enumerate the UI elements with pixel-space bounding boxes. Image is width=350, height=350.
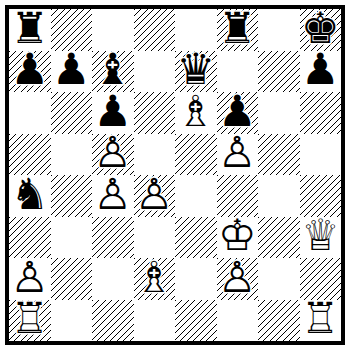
square-a8[interactable]: ♜♜	[9, 9, 51, 51]
piece-black-rook-a8: ♜♜	[9, 9, 51, 51]
square-d3[interactable]	[134, 217, 176, 259]
square-e8[interactable]	[175, 9, 217, 51]
square-d8[interactable]	[134, 9, 176, 51]
white-queen-icon: ♕	[301, 214, 340, 257]
white-pawn-halo: ♟	[93, 173, 132, 216]
square-f6[interactable]: ♟♟	[217, 92, 259, 134]
square-c8[interactable]	[92, 9, 134, 51]
white-bishop-halo: ♝	[135, 256, 174, 299]
square-d7[interactable]	[134, 51, 176, 93]
square-a4[interactable]: ♞♞	[9, 175, 51, 217]
black-pawn-icon: ♟	[52, 48, 91, 91]
black-knight-icon: ♞	[10, 173, 49, 216]
square-g5[interactable]	[258, 134, 300, 176]
white-pawn-halo: ♟	[135, 173, 174, 216]
square-e5[interactable]	[175, 134, 217, 176]
square-f8[interactable]: ♜♜	[217, 9, 259, 51]
white-pawn-halo: ♟	[218, 131, 257, 174]
square-a2[interactable]: ♟♙	[9, 258, 51, 300]
square-c4[interactable]: ♟♙	[92, 175, 134, 217]
black-pawn-icon: ♟	[10, 48, 49, 91]
white-rook-icon: ♖	[301, 297, 340, 340]
square-h6[interactable]	[300, 92, 342, 134]
square-e1[interactable]	[175, 300, 217, 342]
square-b5[interactable]	[51, 134, 93, 176]
piece-white-bishop-e6: ♝♗	[175, 92, 217, 134]
piece-white-rook-h1: ♜♖	[300, 300, 342, 342]
square-b2[interactable]	[51, 258, 93, 300]
square-h1[interactable]: ♜♖	[300, 300, 342, 342]
black-queen-icon: ♛	[176, 48, 215, 91]
piece-black-pawn-a7: ♟♟	[9, 51, 51, 93]
chess-board: ♜♜♜♜♚♚♟♟♟♟♝♝♛♛♟♟♟♟♝♗♟♟♟♙♟♙♞♞♟♙♟♙♚♔♛♕♟♙♝♗…	[9, 9, 341, 341]
square-h3[interactable]: ♛♕	[300, 217, 342, 259]
square-c5[interactable]: ♟♙	[92, 134, 134, 176]
square-f7[interactable]	[217, 51, 259, 93]
piece-white-king-f3: ♚♔	[217, 217, 259, 259]
piece-black-knight-a4: ♞♞	[9, 175, 51, 217]
piece-black-queen-e7: ♛♛	[175, 51, 217, 93]
square-h8[interactable]: ♚♚	[300, 9, 342, 51]
white-pawn-icon: ♙	[10, 256, 49, 299]
piece-black-pawn-b7: ♟♟	[51, 51, 93, 93]
piece-white-pawn-c5: ♟♙	[92, 134, 134, 176]
piece-white-pawn-c4: ♟♙	[92, 175, 134, 217]
square-g1[interactable]	[258, 300, 300, 342]
black-pawn-halo: ♟	[218, 90, 257, 133]
black-pawn-halo: ♟	[301, 48, 340, 91]
white-king-halo: ♚	[218, 214, 257, 257]
square-f1[interactable]	[217, 300, 259, 342]
square-d4[interactable]: ♟♙	[134, 175, 176, 217]
black-king-icon: ♚	[301, 7, 340, 50]
black-pawn-halo: ♟	[52, 48, 91, 91]
piece-black-pawn-h7: ♟♟	[300, 51, 342, 93]
white-bishop-icon: ♗	[176, 90, 215, 133]
square-a3[interactable]	[9, 217, 51, 259]
white-king-icon: ♔	[218, 214, 257, 257]
square-e7[interactable]: ♛♛	[175, 51, 217, 93]
black-bishop-halo: ♝	[93, 48, 132, 91]
square-h5[interactable]	[300, 134, 342, 176]
square-b6[interactable]	[51, 92, 93, 134]
white-pawn-icon: ♙	[93, 131, 132, 174]
square-e6[interactable]: ♝♗	[175, 92, 217, 134]
piece-white-pawn-d4: ♟♙	[134, 175, 176, 217]
square-d2[interactable]: ♝♗	[134, 258, 176, 300]
chess-diagram: ♜♜♜♜♚♚♟♟♟♟♝♝♛♛♟♟♟♟♝♗♟♟♟♙♟♙♞♞♟♙♟♙♚♔♛♕♟♙♝♗…	[0, 0, 350, 350]
square-g8[interactable]	[258, 9, 300, 51]
square-g3[interactable]	[258, 217, 300, 259]
square-d6[interactable]	[134, 92, 176, 134]
square-h4[interactable]	[300, 175, 342, 217]
white-pawn-halo: ♟	[10, 256, 49, 299]
square-e4[interactable]	[175, 175, 217, 217]
black-king-halo: ♚	[301, 7, 340, 50]
square-d1[interactable]	[134, 300, 176, 342]
square-c3[interactable]	[92, 217, 134, 259]
square-h7[interactable]: ♟♟	[300, 51, 342, 93]
square-f5[interactable]: ♟♙	[217, 134, 259, 176]
black-pawn-halo: ♟	[10, 48, 49, 91]
piece-white-pawn-f5: ♟♙	[217, 134, 259, 176]
piece-black-rook-f8: ♜♜	[217, 9, 259, 51]
square-b8[interactable]	[51, 9, 93, 51]
white-pawn-icon: ♙	[135, 173, 174, 216]
black-rook-halo: ♜	[10, 7, 49, 50]
white-pawn-icon: ♙	[93, 173, 132, 216]
square-b4[interactable]	[51, 175, 93, 217]
white-rook-icon: ♖	[10, 297, 49, 340]
white-bishop-icon: ♗	[135, 256, 174, 299]
board-frame: ♜♜♜♜♚♚♟♟♟♟♝♝♛♛♟♟♟♟♝♗♟♟♟♙♟♙♞♞♟♙♟♙♚♔♛♕♟♙♝♗…	[5, 5, 345, 345]
white-pawn-halo: ♟	[93, 131, 132, 174]
piece-black-bishop-c7: ♝♝	[92, 51, 134, 93]
black-rook-halo: ♜	[218, 7, 257, 50]
black-knight-halo: ♞	[10, 173, 49, 216]
piece-white-pawn-a2: ♟♙	[9, 258, 51, 300]
square-c1[interactable]	[92, 300, 134, 342]
square-f3[interactable]: ♚♔	[217, 217, 259, 259]
square-c2[interactable]	[92, 258, 134, 300]
square-g2[interactable]	[258, 258, 300, 300]
piece-white-pawn-f2: ♟♙	[217, 258, 259, 300]
piece-white-bishop-d2: ♝♗	[134, 258, 176, 300]
square-g6[interactable]	[258, 92, 300, 134]
black-pawn-icon: ♟	[218, 90, 257, 133]
square-c7[interactable]: ♝♝	[92, 51, 134, 93]
black-bishop-icon: ♝	[93, 48, 132, 91]
white-bishop-halo: ♝	[176, 90, 215, 133]
square-h2[interactable]	[300, 258, 342, 300]
black-pawn-icon: ♟	[301, 48, 340, 91]
white-queen-halo: ♛	[301, 214, 340, 257]
square-c6[interactable]: ♟♟	[92, 92, 134, 134]
black-pawn-halo: ♟	[93, 90, 132, 133]
square-e3[interactable]	[175, 217, 217, 259]
square-a5[interactable]	[9, 134, 51, 176]
square-b3[interactable]	[51, 217, 93, 259]
square-a6[interactable]	[9, 92, 51, 134]
black-pawn-icon: ♟	[93, 90, 132, 133]
white-pawn-halo: ♟	[218, 256, 257, 299]
square-b7[interactable]: ♟♟	[51, 51, 93, 93]
black-rook-icon: ♜	[10, 7, 49, 50]
piece-black-pawn-c6: ♟♟	[92, 92, 134, 134]
square-e2[interactable]	[175, 258, 217, 300]
square-g4[interactable]	[258, 175, 300, 217]
white-pawn-icon: ♙	[218, 131, 257, 174]
white-rook-halo: ♜	[301, 297, 340, 340]
piece-white-queen-h3: ♛♕	[300, 217, 342, 259]
black-rook-icon: ♜	[218, 7, 257, 50]
square-a7[interactable]: ♟♟	[9, 51, 51, 93]
square-g7[interactable]	[258, 51, 300, 93]
piece-black-king-h8: ♚♚	[300, 9, 342, 51]
black-queen-halo: ♛	[176, 48, 215, 91]
square-f4[interactable]	[217, 175, 259, 217]
square-f2[interactable]: ♟♙	[217, 258, 259, 300]
square-d5[interactable]	[134, 134, 176, 176]
piece-white-rook-a1: ♜♖	[9, 300, 51, 342]
square-b1[interactable]	[51, 300, 93, 342]
square-a1[interactable]: ♜♖	[9, 300, 51, 342]
white-rook-halo: ♜	[10, 297, 49, 340]
white-pawn-icon: ♙	[218, 256, 257, 299]
piece-black-pawn-f6: ♟♟	[217, 92, 259, 134]
